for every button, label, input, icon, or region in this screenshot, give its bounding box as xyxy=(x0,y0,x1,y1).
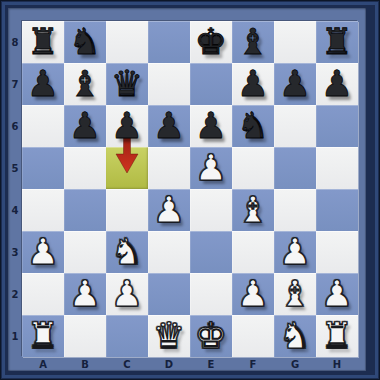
black-rook-a8[interactable]: ♜ xyxy=(22,21,64,63)
white-bishop-g2[interactable]: ♝ xyxy=(274,273,316,315)
white-rook-h1[interactable]: ♜ xyxy=(316,315,358,357)
rank-label-6: 6 xyxy=(8,105,22,147)
square-b5[interactable] xyxy=(64,147,106,189)
square-g3[interactable]: ♟ xyxy=(274,231,316,273)
file-label-h: H xyxy=(316,358,358,371)
square-b1[interactable] xyxy=(64,315,106,357)
white-knight-c3[interactable]: ♞ xyxy=(106,231,148,273)
square-a5[interactable] xyxy=(22,147,64,189)
black-queen-c7[interactable]: ♛ xyxy=(106,63,148,105)
square-h7[interactable]: ♟ xyxy=(316,63,358,105)
square-g6[interactable] xyxy=(274,105,316,147)
square-b4[interactable] xyxy=(64,189,106,231)
square-g1[interactable]: ♞ xyxy=(274,315,316,357)
square-c4[interactable] xyxy=(106,189,148,231)
file-label-d: D xyxy=(148,358,190,371)
square-d5[interactable] xyxy=(148,147,190,189)
white-pawn-f2[interactable]: ♟ xyxy=(232,273,274,315)
square-a4[interactable] xyxy=(22,189,64,231)
square-d6[interactable]: ♟ xyxy=(148,105,190,147)
file-label-c: C xyxy=(106,358,148,371)
black-pawn-h7[interactable]: ♟ xyxy=(316,63,358,105)
black-pawn-f7[interactable]: ♟ xyxy=(232,63,274,105)
square-h6[interactable] xyxy=(316,105,358,147)
white-pawn-h2[interactable]: ♟ xyxy=(316,273,358,315)
white-rook-a1[interactable]: ♜ xyxy=(22,315,64,357)
board-panel: 87654321 ABCDEFGH ♜♞♚♝♜♟♝♛♟♟♟♟♟♟♟♞♟♟♝♟♞♟… xyxy=(8,8,366,371)
white-pawn-g3[interactable]: ♟ xyxy=(274,231,316,273)
square-g5[interactable] xyxy=(274,147,316,189)
square-b7[interactable]: ♝ xyxy=(64,63,106,105)
black-bishop-f8[interactable]: ♝ xyxy=(232,21,274,63)
square-h5[interactable] xyxy=(316,147,358,189)
square-e8[interactable]: ♚ xyxy=(190,21,232,63)
file-label-f: F xyxy=(232,358,274,371)
square-c5[interactable] xyxy=(106,147,148,189)
white-pawn-c2[interactable]: ♟ xyxy=(106,273,148,315)
rank-label-1: 1 xyxy=(8,315,22,357)
square-h3[interactable] xyxy=(316,231,358,273)
black-pawn-e6[interactable]: ♟ xyxy=(190,105,232,147)
square-c2[interactable]: ♟ xyxy=(106,273,148,315)
file-label-e: E xyxy=(190,358,232,371)
white-king-e1[interactable]: ♚ xyxy=(190,315,232,357)
square-b8[interactable]: ♞ xyxy=(64,21,106,63)
square-f7[interactable]: ♟ xyxy=(232,63,274,105)
square-e2[interactable] xyxy=(190,273,232,315)
rank-label-8: 8 xyxy=(8,21,22,63)
square-a7[interactable]: ♟ xyxy=(22,63,64,105)
square-f6[interactable]: ♞ xyxy=(232,105,274,147)
square-e3[interactable] xyxy=(190,231,232,273)
square-h8[interactable]: ♜ xyxy=(316,21,358,63)
square-h1[interactable]: ♜ xyxy=(316,315,358,357)
black-rook-h8[interactable]: ♜ xyxy=(316,21,358,63)
white-pawn-a3[interactable]: ♟ xyxy=(22,231,64,273)
file-label-g: G xyxy=(274,358,316,371)
square-e6[interactable]: ♟ xyxy=(190,105,232,147)
square-b2[interactable]: ♟ xyxy=(64,273,106,315)
square-g2[interactable]: ♝ xyxy=(274,273,316,315)
square-g4[interactable] xyxy=(274,189,316,231)
white-pawn-d4[interactable]: ♟ xyxy=(148,189,190,231)
square-e1[interactable]: ♚ xyxy=(190,315,232,357)
square-d2[interactable] xyxy=(148,273,190,315)
square-b3[interactable] xyxy=(64,231,106,273)
black-pawn-g7[interactable]: ♟ xyxy=(274,63,316,105)
rank-label-7: 7 xyxy=(8,63,22,105)
black-knight-b8[interactable]: ♞ xyxy=(64,21,106,63)
square-g7[interactable]: ♟ xyxy=(274,63,316,105)
square-c3[interactable]: ♞ xyxy=(106,231,148,273)
black-pawn-a7[interactable]: ♟ xyxy=(22,63,64,105)
rank-label-3: 3 xyxy=(8,231,22,273)
square-b6[interactable]: ♟ xyxy=(64,105,106,147)
rank-label-4: 4 xyxy=(8,189,22,231)
square-c6[interactable]: ♟ xyxy=(106,105,148,147)
square-a3[interactable]: ♟ xyxy=(22,231,64,273)
square-a8[interactable]: ♜ xyxy=(22,21,64,63)
rank-labels: 87654321 xyxy=(8,21,22,357)
square-e4[interactable] xyxy=(190,189,232,231)
square-d8[interactable] xyxy=(148,21,190,63)
white-pawn-e5[interactable]: ♟ xyxy=(190,147,232,189)
black-knight-f6[interactable]: ♞ xyxy=(232,105,274,147)
square-f2[interactable]: ♟ xyxy=(232,273,274,315)
black-bishop-b7[interactable]: ♝ xyxy=(64,63,106,105)
square-e7[interactable] xyxy=(190,63,232,105)
square-g8[interactable] xyxy=(274,21,316,63)
square-e5[interactable]: ♟ xyxy=(190,147,232,189)
square-f3[interactable] xyxy=(232,231,274,273)
square-d1[interactable]: ♛ xyxy=(148,315,190,357)
white-pawn-b2[interactable]: ♟ xyxy=(64,273,106,315)
square-a2[interactable] xyxy=(22,273,64,315)
square-h2[interactable]: ♟ xyxy=(316,273,358,315)
file-label-a: A xyxy=(22,358,64,371)
white-bishop-f4[interactable]: ♝ xyxy=(232,189,274,231)
square-f1[interactable] xyxy=(232,315,274,357)
rank-label-5: 5 xyxy=(8,147,22,189)
white-knight-g1[interactable]: ♞ xyxy=(274,315,316,357)
square-f5[interactable] xyxy=(232,147,274,189)
square-f4[interactable]: ♝ xyxy=(232,189,274,231)
file-labels: ABCDEFGH xyxy=(22,358,358,371)
white-queen-d1[interactable]: ♛ xyxy=(148,315,190,357)
rank-label-2: 2 xyxy=(8,273,22,315)
square-c7[interactable]: ♛ xyxy=(106,63,148,105)
square-d7[interactable] xyxy=(148,63,190,105)
black-pawn-d6[interactable]: ♟ xyxy=(148,105,190,147)
square-h4[interactable] xyxy=(316,189,358,231)
file-label-b: B xyxy=(64,358,106,371)
black-pawn-c6[interactable]: ♟ xyxy=(106,105,148,147)
square-c1[interactable] xyxy=(106,315,148,357)
black-king-e8[interactable]: ♚ xyxy=(190,21,232,63)
square-f8[interactable]: ♝ xyxy=(232,21,274,63)
black-pawn-b6[interactable]: ♟ xyxy=(64,105,106,147)
chess-board: ♜♞♚♝♜♟♝♛♟♟♟♟♟♟♟♞♟♟♝♟♞♟♟♟♟♝♟♜♛♚♞♜ xyxy=(22,21,358,357)
square-d3[interactable] xyxy=(148,231,190,273)
chess-app-window: 87654321 ABCDEFGH ♜♞♚♝♜♟♝♛♟♟♟♟♟♟♟♞♟♟♝♟♞♟… xyxy=(0,0,380,380)
square-c8[interactable] xyxy=(106,21,148,63)
square-a1[interactable]: ♜ xyxy=(22,315,64,357)
square-d4[interactable]: ♟ xyxy=(148,189,190,231)
square-a6[interactable] xyxy=(22,105,64,147)
